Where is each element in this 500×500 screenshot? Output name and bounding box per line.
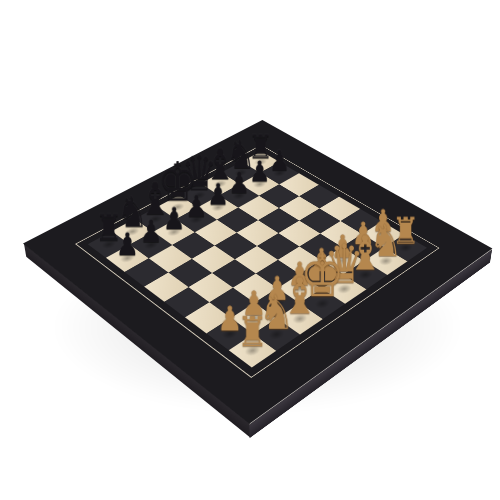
piece-black-pawn[interactable]: ♟ [269, 146, 290, 174]
piece-black-pawn[interactable]: ♟ [116, 229, 140, 260]
piece-black-pawn[interactable]: ♟ [139, 216, 162, 247]
piece-white-rook[interactable]: ♜ [237, 311, 268, 352]
piece-black-pawn[interactable]: ♟ [163, 203, 186, 233]
product-photo-scene: ♜♞♝♚♛♝♞♜♟♟♟♟♟♟♟♟♟♟♟♟♟♟♟♟♜♞♝♚♛♝♞♜ [0, 0, 500, 500]
piece-black-pawn[interactable]: ♟ [207, 180, 229, 210]
piece-black-pawn[interactable]: ♟ [185, 191, 208, 221]
piece-black-pawn[interactable]: ♟ [249, 157, 271, 186]
piece-black-pawn[interactable]: ♟ [228, 168, 250, 197]
square-e6[interactable] [195, 220, 237, 246]
